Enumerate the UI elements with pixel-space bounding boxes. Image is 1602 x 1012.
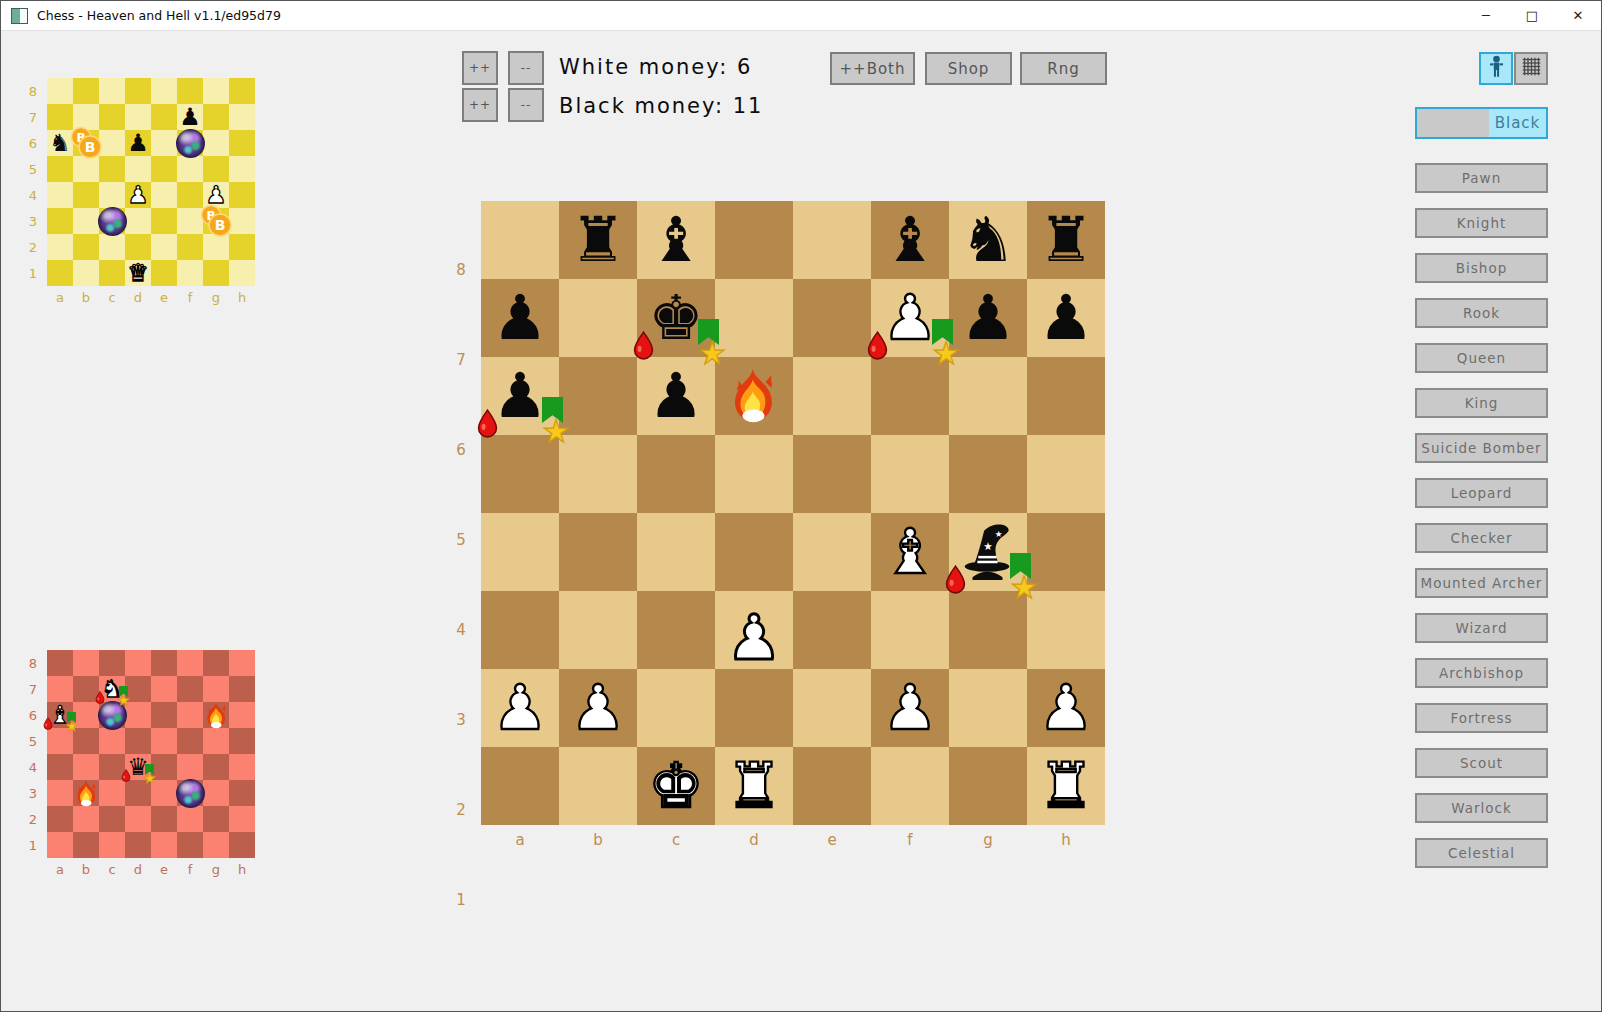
piece-white-pawn: ♟ [127, 183, 149, 207]
heaven-square-h8[interactable] [229, 78, 255, 104]
heaven-square-g3[interactable]: BB [203, 208, 229, 234]
heaven-square-g6[interactable] [203, 130, 229, 156]
grid-icon [1521, 56, 1542, 81]
main-square-b4[interactable] [559, 513, 637, 591]
rank-label-6: 6 [19, 702, 47, 728]
hell-square-c7[interactable]: ♞★ [99, 676, 125, 702]
main-square-d1[interactable]: ♜ [715, 747, 793, 825]
heaven-square-a1[interactable] [47, 260, 73, 286]
person-view-button[interactable] [1479, 52, 1513, 85]
person-icon [1487, 54, 1506, 83]
hell-square-h8[interactable] [229, 650, 255, 676]
heaven-square-h6[interactable] [229, 130, 255, 156]
hell-square-f2[interactable] [177, 806, 203, 832]
main-square-d2[interactable] [715, 669, 793, 747]
file-label-e: e [793, 831, 871, 849]
heaven-square-b4[interactable] [73, 182, 99, 208]
black-money-decrease-button[interactable]: -- [508, 88, 544, 122]
hell-square-h1[interactable] [229, 832, 255, 858]
piece-white-king: ♚ [648, 755, 704, 817]
hell-square-b6[interactable] [73, 702, 99, 728]
app-icon [11, 8, 28, 24]
piece-white-pawn: ♟ [492, 677, 548, 739]
rank-label-8: 8 [19, 78, 47, 104]
main-square-b2[interactable]: ♟ [559, 669, 637, 747]
piece-black-queen: ♛ [127, 755, 149, 779]
main-square-g3[interactable] [949, 591, 1027, 669]
heaven-square-f1[interactable] [177, 260, 203, 286]
main-square-e7[interactable] [793, 279, 871, 357]
file-label-b: b [559, 831, 637, 849]
file-label-h: h [229, 862, 255, 877]
hell-square-b2[interactable] [73, 806, 99, 832]
hell-square-h6[interactable] [229, 702, 255, 728]
hell-square-d5[interactable] [125, 728, 151, 754]
hell-square-c5[interactable] [99, 728, 125, 754]
heaven-board: 87654321abcdefgh♟♞BB♟♟♟BB♛ [19, 78, 259, 310]
main-square-h5[interactable] [1027, 435, 1105, 513]
hell-square-b4[interactable] [73, 754, 99, 780]
piece-black-rook: ♜ [570, 209, 626, 271]
heaven-square-d1[interactable]: ♛ [125, 260, 151, 286]
minimize-button[interactable]: ─ [1463, 1, 1509, 30]
main-square-f5[interactable] [871, 435, 949, 513]
piece-black-rook: ♜ [1038, 209, 1094, 271]
grid-view-button[interactable] [1514, 52, 1548, 85]
hell-square-f6[interactable] [177, 702, 203, 728]
main-square-a2[interactable]: ♟ [481, 669, 559, 747]
piece-black-pawn: ♟ [492, 365, 548, 427]
piece-white-queen: ♛ [127, 261, 149, 285]
main-square-a1[interactable] [481, 747, 559, 825]
hell-square-b5[interactable] [73, 728, 99, 754]
piece-black-knight: ♞ [960, 209, 1016, 271]
main-square-h2[interactable]: ♟ [1027, 669, 1105, 747]
hell-square-f4[interactable] [177, 754, 203, 780]
piece-white-pawn: ♟ [570, 677, 626, 739]
main-square-d8[interactable] [715, 201, 793, 279]
heaven-square-a3[interactable] [47, 208, 73, 234]
heaven-square-d4[interactable]: ♟ [125, 182, 151, 208]
heaven-square-d6[interactable]: ♟ [125, 130, 151, 156]
heaven-square-g4[interactable]: ♟ [203, 182, 229, 208]
main-square-c3[interactable] [637, 591, 715, 669]
main-square-g5[interactable] [949, 435, 1027, 513]
heaven-square-g7[interactable] [203, 104, 229, 130]
svg-text:B: B [85, 139, 96, 155]
toggle-white-half [1417, 109, 1489, 137]
side-to-move-toggle[interactable]: Black [1415, 107, 1548, 139]
heaven-square-e8[interactable] [151, 78, 177, 104]
title-bar: Chess - Heaven and Hell v1.1/ed95d79 ─ □… [1, 1, 1601, 31]
heaven-square-d5[interactable] [125, 156, 151, 182]
hell-square-e2[interactable] [151, 806, 177, 832]
piece-black-pawn: ♟ [648, 365, 704, 427]
heaven-square-h7[interactable] [229, 104, 255, 130]
file-label-c: c [99, 862, 125, 877]
white-money-increase-button[interactable]: ++ [462, 51, 498, 85]
hell-square-h4[interactable] [229, 754, 255, 780]
hell-square-e7[interactable] [151, 676, 177, 702]
window-title: Chess - Heaven and Hell v1.1/ed95d79 [37, 8, 281, 23]
hell-square-e5[interactable] [151, 728, 177, 754]
heaven-square-c8[interactable] [99, 78, 125, 104]
heaven-square-f6[interactable] [177, 130, 203, 156]
hell-square-e3[interactable] [151, 780, 177, 806]
piece-white-pawn: ♟ [882, 677, 938, 739]
main-square-f1[interactable] [871, 747, 949, 825]
main-square-a3[interactable] [481, 591, 559, 669]
hell-board: 87654321abcdefgh♞★♝★♛★ [19, 650, 259, 882]
rank-label-1: 1 [441, 831, 481, 921]
piece-white-rook: ♜ [726, 755, 782, 817]
heaven-square-e5[interactable] [151, 156, 177, 182]
main-square-e2[interactable] [793, 669, 871, 747]
heaven-square-a2[interactable] [47, 234, 73, 260]
hell-square-c2[interactable] [99, 806, 125, 832]
main-square-b7[interactable] [559, 279, 637, 357]
main-square-a6[interactable]: ♟★ [481, 357, 559, 435]
rank-label-3: 3 [441, 651, 481, 741]
main-square-e3[interactable] [793, 591, 871, 669]
black-money-increase-button[interactable]: ++ [462, 88, 498, 122]
hell-square-a6[interactable]: ♝★ [47, 702, 73, 728]
hell-square-b1[interactable] [73, 832, 99, 858]
shop-item-bishop[interactable]: Bishop [1415, 253, 1548, 283]
shop-item-suicide-bomber[interactable]: Suicide Bomber [1415, 433, 1548, 463]
hell-square-c8[interactable] [99, 650, 125, 676]
main-square-d4[interactable] [715, 513, 793, 591]
hell-square-g8[interactable] [203, 650, 229, 676]
main-square-a5[interactable] [481, 435, 559, 513]
file-label-b: b [73, 862, 99, 877]
hell-square-d6[interactable] [125, 702, 151, 728]
main-square-a8[interactable] [481, 201, 559, 279]
file-label-f: f [177, 290, 203, 305]
heaven-square-f7[interactable]: ♟ [177, 104, 203, 130]
heaven-square-g5[interactable] [203, 156, 229, 182]
file-label-e: e [151, 862, 177, 877]
rank-label-7: 7 [19, 104, 47, 130]
svg-text:★: ★ [983, 540, 993, 553]
hell-square-d1[interactable] [125, 832, 151, 858]
main-square-f8[interactable]: ♝ [871, 201, 949, 279]
heaven-square-e7[interactable] [151, 104, 177, 130]
main-square-b1[interactable] [559, 747, 637, 825]
heaven-square-d8[interactable] [125, 78, 151, 104]
hell-square-a1[interactable] [47, 832, 73, 858]
hell-square-e8[interactable] [151, 650, 177, 676]
hell-square-e1[interactable] [151, 832, 177, 858]
shop-item-pawn[interactable]: Pawn [1415, 163, 1548, 193]
heaven-square-g8[interactable] [203, 78, 229, 104]
heaven-square-h1[interactable] [229, 260, 255, 286]
main-square-g1[interactable] [949, 747, 1027, 825]
hell-square-d3[interactable] [125, 780, 151, 806]
file-label-a: a [47, 290, 73, 305]
hell-square-c4[interactable] [99, 754, 125, 780]
fire-effect [728, 368, 780, 424]
main-square-h4[interactable] [1027, 513, 1105, 591]
heaven-square-b6[interactable]: BB [73, 130, 99, 156]
heaven-square-e4[interactable] [151, 182, 177, 208]
main-square-d5[interactable] [715, 435, 793, 513]
rank-label-5: 5 [441, 471, 481, 561]
heaven-square-b2[interactable] [73, 234, 99, 260]
file-label-d: d [125, 862, 151, 877]
rank-label-1: 1 [19, 832, 47, 858]
rank-label-4: 4 [441, 561, 481, 651]
heaven-square-c4[interactable] [99, 182, 125, 208]
shop-item-queen[interactable]: Queen [1415, 343, 1548, 373]
main-square-e1[interactable] [793, 747, 871, 825]
heaven-square-e2[interactable] [151, 234, 177, 260]
main-square-b5[interactable] [559, 435, 637, 513]
main-square-d6[interactable] [715, 357, 793, 435]
file-label-c: c [637, 831, 715, 849]
file-label-h: h [1027, 831, 1105, 849]
hell-square-f8[interactable] [177, 650, 203, 676]
main-square-h3[interactable] [1027, 591, 1105, 669]
shop-item-scout[interactable]: Scout [1415, 748, 1548, 778]
piece-white-bishop: ♝ [49, 703, 71, 727]
shop-item-rook[interactable]: Rook [1415, 298, 1548, 328]
hell-square-b7[interactable] [73, 676, 99, 702]
piece-black-wizard: ★★ [957, 521, 1019, 583]
orb-effect [176, 779, 205, 808]
main-square-f3[interactable] [871, 591, 949, 669]
shop-item-wizard[interactable]: Wizard [1415, 613, 1548, 643]
heaven-square-b3[interactable] [73, 208, 99, 234]
hell-square-g2[interactable] [203, 806, 229, 832]
rank-label-2: 2 [19, 806, 47, 832]
shop-item-checker[interactable]: Checker [1415, 523, 1548, 553]
rng-button[interactable]: Rng [1020, 52, 1107, 85]
close-button[interactable]: ✕ [1555, 1, 1601, 30]
main-square-c1[interactable]: ♚ [637, 747, 715, 825]
main-square-c7[interactable]: ♚★ [637, 279, 715, 357]
black-money-label: Black money: 11 [559, 94, 763, 118]
toggle-black-half: Black [1489, 109, 1546, 137]
shop-item-knight[interactable]: Knight [1415, 208, 1548, 238]
piece-black-pawn: ♟ [127, 131, 149, 155]
hell-square-d7[interactable] [125, 676, 151, 702]
hell-square-f7[interactable] [177, 676, 203, 702]
hell-square-g1[interactable] [203, 832, 229, 858]
orb-effect [98, 207, 127, 236]
hell-square-c1[interactable] [99, 832, 125, 858]
hell-square-g7[interactable] [203, 676, 229, 702]
hell-square-f3[interactable] [177, 780, 203, 806]
main-square-c2[interactable] [637, 669, 715, 747]
heaven-square-b1[interactable] [73, 260, 99, 286]
rank-label-5: 5 [19, 728, 47, 754]
main-square-e5[interactable] [793, 435, 871, 513]
shop-item-fortress[interactable]: Fortress [1415, 703, 1548, 733]
file-label-c: c [99, 290, 125, 305]
hell-square-b8[interactable] [73, 650, 99, 676]
fire-effect [204, 702, 229, 729]
main-square-c4[interactable] [637, 513, 715, 591]
piece-black-pawn: ♟ [492, 287, 548, 349]
piece-black-knight: ♞ [49, 131, 71, 155]
main-square-c6[interactable]: ♟ [637, 357, 715, 435]
hell-square-h3[interactable] [229, 780, 255, 806]
rank-label-2: 2 [19, 234, 47, 260]
rank-label-4: 4 [19, 754, 47, 780]
main-square-g6[interactable] [949, 357, 1027, 435]
hell-square-c3[interactable] [99, 780, 125, 806]
hell-square-a4[interactable] [47, 754, 73, 780]
hell-square-a3[interactable] [47, 780, 73, 806]
main-square-f4[interactable]: ♝ [871, 513, 949, 591]
piece-white-pawn: ♟ [1038, 677, 1094, 739]
hell-square-g5[interactable] [203, 728, 229, 754]
rank-label-7: 7 [19, 676, 47, 702]
heaven-square-a6[interactable]: ♞ [47, 130, 73, 156]
main-square-f7[interactable]: ♟★ [871, 279, 949, 357]
hell-square-a5[interactable] [47, 728, 73, 754]
main-square-c5[interactable] [637, 435, 715, 513]
rank-label-8: 8 [19, 650, 47, 676]
orb-effect [176, 129, 205, 158]
hell-square-c6[interactable] [99, 702, 125, 728]
main-square-c8[interactable]: ♝ [637, 201, 715, 279]
piece-black-king: ♚ [648, 287, 704, 349]
hell-square-g6[interactable] [203, 702, 229, 728]
hell-square-d4[interactable]: ♛★ [125, 754, 151, 780]
hell-square-b3[interactable] [73, 780, 99, 806]
rank-label-2: 2 [441, 741, 481, 831]
hell-square-a8[interactable] [47, 650, 73, 676]
heaven-square-c2[interactable] [99, 234, 125, 260]
rank-label-5: 5 [19, 156, 47, 182]
main-square-d3[interactable]: ♟ [715, 591, 793, 669]
piece-white-rook: ♜ [1038, 755, 1094, 817]
piece-white-pawn: ♟ [882, 287, 938, 349]
coins-effect: BB [68, 126, 104, 160]
main-square-g7[interactable]: ♟ [949, 279, 1027, 357]
white-money-label: White money: 6 [559, 55, 752, 79]
main-square-f2[interactable]: ♟ [871, 669, 949, 747]
main-square-g2[interactable] [949, 669, 1027, 747]
main-square-d7[interactable] [715, 279, 793, 357]
file-label-g: g [203, 290, 229, 305]
main-square-h6[interactable] [1027, 357, 1105, 435]
orb-effect [98, 701, 127, 730]
hell-square-h5[interactable] [229, 728, 255, 754]
file-label-e: e [151, 290, 177, 305]
main-square-g4[interactable]: ★★★ [949, 513, 1027, 591]
rank-label-8: 8 [441, 201, 481, 291]
piece-black-bishop: ♝ [882, 209, 938, 271]
shop-item-celestial[interactable]: Celestial [1415, 838, 1548, 868]
main-square-b6[interactable] [559, 357, 637, 435]
shop-item-mounted-archer[interactable]: Mounted Archer [1415, 568, 1548, 598]
rank-label-7: 7 [441, 291, 481, 381]
main-square-a4[interactable] [481, 513, 559, 591]
piece-black-pawn: ♟ [179, 105, 201, 129]
hell-square-h7[interactable] [229, 676, 255, 702]
svg-text:★: ★ [995, 529, 1003, 539]
hell-square-g4[interactable] [203, 754, 229, 780]
heaven-square-d3[interactable] [125, 208, 151, 234]
heaven-square-e6[interactable] [151, 130, 177, 156]
shop-button[interactable]: Shop [925, 52, 1012, 85]
main-square-f6[interactable] [871, 357, 949, 435]
heaven-square-e3[interactable] [151, 208, 177, 234]
main-square-b3[interactable] [559, 591, 637, 669]
white-money-decrease-button[interactable]: -- [508, 51, 544, 85]
heaven-square-d7[interactable] [125, 104, 151, 130]
increase-both-button[interactable]: ++Both [830, 52, 915, 85]
main-square-g8[interactable]: ♞ [949, 201, 1027, 279]
file-label-g: g [203, 862, 229, 877]
file-label-h: h [229, 290, 255, 305]
main-square-a7[interactable]: ♟ [481, 279, 559, 357]
piece-white-pawn: ♟ [726, 607, 782, 669]
svg-text:B: B [215, 217, 226, 233]
hell-square-e4[interactable] [151, 754, 177, 780]
hell-square-f5[interactable] [177, 728, 203, 754]
main-square-h7[interactable]: ♟ [1027, 279, 1105, 357]
shop-item-warlock[interactable]: Warlock [1415, 793, 1548, 823]
heaven-square-d2[interactable] [125, 234, 151, 260]
main-square-h8[interactable]: ♜ [1027, 201, 1105, 279]
hell-square-e6[interactable] [151, 702, 177, 728]
file-label-a: a [481, 831, 559, 849]
maximize-button[interactable]: □ [1509, 1, 1555, 30]
hell-square-d2[interactable] [125, 806, 151, 832]
main-square-b8[interactable]: ♜ [559, 201, 637, 279]
shop-item-archbishop[interactable]: Archbishop [1415, 658, 1548, 688]
shop-item-king[interactable]: King [1415, 388, 1548, 418]
heaven-square-e1[interactable] [151, 260, 177, 286]
file-label-g: g [949, 831, 1027, 849]
heaven-square-f8[interactable] [177, 78, 203, 104]
file-label-d: d [125, 290, 151, 305]
heaven-square-h5[interactable] [229, 156, 255, 182]
rank-label-6: 6 [19, 130, 47, 156]
hell-square-f1[interactable] [177, 832, 203, 858]
piece-black-pawn: ♟ [1038, 287, 1094, 349]
main-square-e8[interactable] [793, 201, 871, 279]
heaven-square-b8[interactable] [73, 78, 99, 104]
main-square-h1[interactable]: ♜ [1027, 747, 1105, 825]
rank-label-3: 3 [19, 780, 47, 806]
rank-label-3: 3 [19, 208, 47, 234]
heaven-square-g1[interactable] [203, 260, 229, 286]
hell-square-g3[interactable] [203, 780, 229, 806]
fire-effect [74, 780, 99, 807]
heaven-square-c1[interactable] [99, 260, 125, 286]
main-board: 87654321abcdefgh♜♝♝♞♜♟♚★♟★♟♟♟★♟♝★★★♟♟♟♟♟… [441, 201, 1109, 855]
shop-item-leopard[interactable]: Leopard [1415, 478, 1548, 508]
main-square-e4[interactable] [793, 513, 871, 591]
main-square-e6[interactable] [793, 357, 871, 435]
hell-square-h2[interactable] [229, 806, 255, 832]
piece-black-pawn: ♟ [960, 287, 1016, 349]
hell-square-a7[interactable] [47, 676, 73, 702]
hell-square-a2[interactable] [47, 806, 73, 832]
heaven-square-f5[interactable] [177, 156, 203, 182]
heaven-square-a4[interactable] [47, 182, 73, 208]
piece-white-bishop: ♝ [882, 521, 938, 583]
piece-white-knight: ♞ [101, 677, 123, 701]
hell-square-d8[interactable] [125, 650, 151, 676]
heaven-square-c3[interactable] [99, 208, 125, 234]
heaven-square-a8[interactable] [47, 78, 73, 104]
